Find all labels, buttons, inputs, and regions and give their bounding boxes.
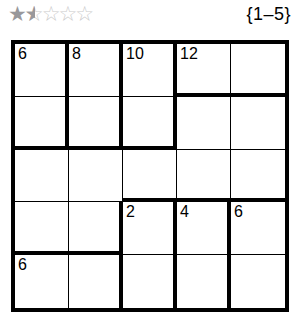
cage-clue — [15, 97, 65, 98]
star-half-fill-icon: ★ — [25, 2, 35, 26]
cage-clue — [231, 255, 285, 256]
cell-r5c1[interactable]: 6 — [15, 255, 69, 308]
cell-r4c5[interactable]: 6 — [231, 202, 285, 255]
puzzle-page: ★☆★☆☆☆ {1–5} 6 8 10 12 2 4 6 6 — [0, 0, 299, 326]
cage-clue: 6 — [15, 44, 65, 63]
cage-clue — [231, 44, 285, 45]
cage-clue — [15, 150, 68, 151]
cage-clue: 8 — [69, 44, 119, 63]
cell-r2c4[interactable] — [177, 97, 231, 150]
cage-clue — [69, 202, 119, 203]
cell-r3c1[interactable] — [15, 150, 69, 203]
cage-clue — [177, 150, 230, 151]
cage-clue — [69, 97, 119, 98]
cage-clue: 10 — [123, 44, 173, 63]
cell-r3c3[interactable] — [123, 150, 177, 203]
cell-r5c4[interactable] — [177, 255, 231, 308]
cage-clue — [15, 202, 68, 203]
cage-clue: 6 — [15, 255, 68, 274]
cell-r2c3[interactable] — [123, 97, 177, 150]
cell-r1c3[interactable]: 10 — [123, 44, 177, 97]
cage-clue — [231, 150, 285, 151]
cell-r5c5[interactable] — [231, 255, 285, 308]
cell-r2c5[interactable] — [231, 97, 285, 150]
cage-clue: 12 — [177, 44, 230, 63]
cage-clue: 6 — [231, 202, 285, 221]
cage-clue — [123, 150, 176, 151]
cell-r5c3[interactable] — [123, 255, 177, 308]
cell-r3c4[interactable] — [177, 150, 231, 203]
cell-r4c2[interactable] — [69, 202, 123, 255]
cage-clue — [177, 255, 227, 256]
cell-r2c1[interactable] — [15, 97, 69, 150]
cage-clue — [69, 150, 122, 151]
cell-r1c2[interactable]: 8 — [69, 44, 123, 97]
cage-clue — [231, 97, 285, 98]
cage-clue: 2 — [123, 202, 173, 221]
cell-r1c5[interactable] — [231, 44, 285, 97]
digit-range-label: {1–5} — [246, 4, 291, 24]
cell-r4c4[interactable]: 4 — [177, 202, 231, 255]
cage-clue — [123, 97, 173, 98]
cell-r5c2[interactable] — [69, 255, 123, 308]
cell-r1c4[interactable]: 12 — [177, 44, 231, 97]
cage-clue: 4 — [177, 202, 227, 221]
cell-r3c2[interactable] — [69, 150, 123, 203]
cage-clue — [69, 255, 119, 256]
star-outline-icon: ☆ — [75, 2, 94, 26]
difficulty-rating: ★☆★☆☆☆ — [8, 2, 92, 26]
cell-r4c1[interactable] — [15, 202, 69, 255]
puzzle-grid: 6 8 10 12 2 4 6 6 — [11, 40, 289, 312]
cage-clue — [123, 255, 173, 256]
cell-r4c3[interactable]: 2 — [123, 202, 177, 255]
cell-r3c5[interactable] — [231, 150, 285, 203]
cell-r2c2[interactable] — [69, 97, 123, 150]
cell-r1c1[interactable]: 6 — [15, 44, 69, 97]
cage-clue — [177, 97, 230, 98]
